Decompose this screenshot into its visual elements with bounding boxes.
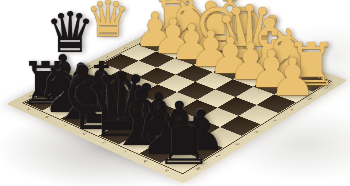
photo-scene: aa88bb77cc66dd55ee44ff33gg22hh11 ♜♞♝♛♚♝♞…	[0, 0, 350, 186]
piece-camel-queen-extra: ♛	[86, 0, 131, 44]
piece-black-queen-extra: ♛	[45, 5, 95, 61]
